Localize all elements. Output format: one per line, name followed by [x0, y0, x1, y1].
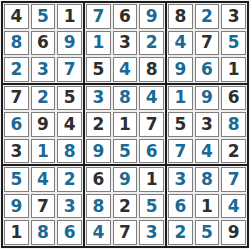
sudoku-cell-r2c8[interactable]: 7: [195, 31, 220, 56]
sudoku-cell-r1c7[interactable]: 8: [168, 4, 193, 29]
sudoku-cell-r6c6[interactable]: 6: [139, 139, 164, 164]
sudoku-cell-r8c9[interactable]: 4: [221, 194, 246, 219]
sudoku-cell-r2c9[interactable]: 5: [221, 31, 246, 56]
sudoku-box-2: 769132548: [85, 3, 165, 83]
sudoku-cell-r1c4[interactable]: 7: [86, 4, 111, 29]
sudoku-cell-r1c5[interactable]: 6: [113, 4, 138, 29]
sudoku-cell-r5c2[interactable]: 9: [31, 112, 56, 137]
sudoku-board: 4518692377691325488234759617256943183842…: [1, 1, 249, 248]
sudoku-cell-r4c6[interactable]: 4: [139, 86, 164, 111]
sudoku-cell-r5c7[interactable]: 5: [168, 112, 193, 137]
sudoku-cell-r3c5[interactable]: 4: [113, 57, 138, 82]
sudoku-cell-r3c7[interactable]: 9: [168, 57, 193, 82]
sudoku-cell-r5c5[interactable]: 1: [113, 112, 138, 137]
sudoku-cell-r5c4[interactable]: 2: [86, 112, 111, 137]
sudoku-cell-r2c2[interactable]: 6: [31, 31, 56, 56]
sudoku-cell-r7c7[interactable]: 3: [168, 167, 193, 192]
sudoku-cell-r8c6[interactable]: 5: [139, 194, 164, 219]
sudoku-cell-r9c4[interactable]: 4: [86, 220, 111, 245]
sudoku-cell-r3c9[interactable]: 1: [221, 57, 246, 82]
sudoku-cell-r2c6[interactable]: 2: [139, 31, 164, 56]
sudoku-cell-r6c5[interactable]: 5: [113, 139, 138, 164]
sudoku-cell-r1c1[interactable]: 4: [4, 4, 29, 29]
sudoku-cell-r3c3[interactable]: 7: [57, 57, 82, 82]
sudoku-cell-r5c1[interactable]: 6: [4, 112, 29, 137]
sudoku-cell-r4c1[interactable]: 7: [4, 86, 29, 111]
sudoku-cell-r4c9[interactable]: 6: [221, 86, 246, 111]
sudoku-cell-r9c9[interactable]: 9: [221, 220, 246, 245]
sudoku-cell-r9c1[interactable]: 1: [4, 220, 29, 245]
sudoku-cell-r7c9[interactable]: 7: [221, 167, 246, 192]
sudoku-cell-r5c3[interactable]: 4: [57, 112, 82, 137]
sudoku-box-6: 196538742: [167, 85, 247, 165]
sudoku-cell-r9c3[interactable]: 6: [57, 220, 82, 245]
sudoku-cell-r3c6[interactable]: 8: [139, 57, 164, 82]
sudoku-cell-r6c3[interactable]: 8: [57, 139, 82, 164]
sudoku-cell-r6c2[interactable]: 1: [31, 139, 56, 164]
sudoku-cell-r8c7[interactable]: 6: [168, 194, 193, 219]
sudoku-cell-r8c3[interactable]: 3: [57, 194, 82, 219]
sudoku-cell-r9c7[interactable]: 2: [168, 220, 193, 245]
sudoku-cell-r9c5[interactable]: 7: [113, 220, 138, 245]
sudoku-cell-r6c9[interactable]: 2: [221, 139, 246, 164]
sudoku-cell-r1c3[interactable]: 1: [57, 4, 82, 29]
sudoku-cell-r5c6[interactable]: 7: [139, 112, 164, 137]
sudoku-cell-r9c8[interactable]: 5: [195, 220, 220, 245]
sudoku-cell-r8c2[interactable]: 7: [31, 194, 56, 219]
sudoku-cell-r3c8[interactable]: 6: [195, 57, 220, 82]
sudoku-cell-r9c2[interactable]: 8: [31, 220, 56, 245]
sudoku-box-7: 542973186: [3, 166, 83, 246]
sudoku-cell-r8c4[interactable]: 8: [86, 194, 111, 219]
sudoku-cell-r5c9[interactable]: 8: [221, 112, 246, 137]
sudoku-cell-r4c3[interactable]: 5: [57, 86, 82, 111]
sudoku-cell-r6c4[interactable]: 9: [86, 139, 111, 164]
sudoku-cell-r4c4[interactable]: 3: [86, 86, 111, 111]
sudoku-box-8: 691825473: [85, 166, 165, 246]
sudoku-cell-r7c2[interactable]: 4: [31, 167, 56, 192]
sudoku-cell-r2c5[interactable]: 3: [113, 31, 138, 56]
sudoku-cell-r2c7[interactable]: 4: [168, 31, 193, 56]
sudoku-cell-r3c4[interactable]: 5: [86, 57, 111, 82]
sudoku-box-9: 387614259: [167, 166, 247, 246]
sudoku-cell-r7c6[interactable]: 1: [139, 167, 164, 192]
sudoku-cell-r7c5[interactable]: 9: [113, 167, 138, 192]
sudoku-cell-r3c2[interactable]: 3: [31, 57, 56, 82]
sudoku-cell-r2c1[interactable]: 8: [4, 31, 29, 56]
sudoku-box-1: 451869237: [3, 3, 83, 83]
sudoku-cell-r9c6[interactable]: 3: [139, 220, 164, 245]
sudoku-cell-r8c1[interactable]: 9: [4, 194, 29, 219]
sudoku-cell-r7c8[interactable]: 8: [195, 167, 220, 192]
sudoku-cell-r5c8[interactable]: 3: [195, 112, 220, 137]
sudoku-cell-r1c8[interactable]: 2: [195, 4, 220, 29]
sudoku-cell-r1c9[interactable]: 3: [221, 4, 246, 29]
sudoku-cell-r1c6[interactable]: 9: [139, 4, 164, 29]
sudoku-box-4: 725694318: [3, 85, 83, 165]
sudoku-box-5: 384217956: [85, 85, 165, 165]
sudoku-cell-r1c2[interactable]: 5: [31, 4, 56, 29]
sudoku-cell-r4c2[interactable]: 2: [31, 86, 56, 111]
sudoku-cell-r6c8[interactable]: 4: [195, 139, 220, 164]
sudoku-cell-r7c1[interactable]: 5: [4, 167, 29, 192]
sudoku-cell-r8c5[interactable]: 2: [113, 194, 138, 219]
sudoku-cell-r4c5[interactable]: 8: [113, 86, 138, 111]
sudoku-cell-r8c8[interactable]: 1: [195, 194, 220, 219]
sudoku-cell-r4c7[interactable]: 1: [168, 86, 193, 111]
sudoku-cell-r4c8[interactable]: 9: [195, 86, 220, 111]
sudoku-cell-r6c1[interactable]: 3: [4, 139, 29, 164]
sudoku-box-3: 823475961: [167, 3, 247, 83]
sudoku-cell-r2c4[interactable]: 1: [86, 31, 111, 56]
sudoku-cell-r2c3[interactable]: 9: [57, 31, 82, 56]
sudoku-cell-r7c3[interactable]: 2: [57, 167, 82, 192]
sudoku-cell-r7c4[interactable]: 6: [86, 167, 111, 192]
sudoku-cell-r6c7[interactable]: 7: [168, 139, 193, 164]
sudoku-cell-r3c1[interactable]: 2: [4, 57, 29, 82]
